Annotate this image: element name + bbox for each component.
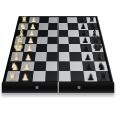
board-grid: ♜♟♟♜♞♟♟♞♝♟♟♝♛♟♟♛♚♟♟♚♝♟♟♝♞♟♟♞♜♟♟♜ [6, 17, 111, 81]
square-h4 [45, 71, 58, 82]
square-d5 [58, 37, 69, 44]
board-fold-seam [57, 17, 59, 81]
piece-white-knight: ♞ [10, 62, 19, 72]
square-e4 [47, 44, 58, 52]
square-e7: ♟ [80, 44, 92, 52]
square-h6 [70, 71, 84, 82]
square-g3 [33, 61, 46, 71]
piece-white-pawn: ♟ [23, 63, 31, 72]
piece-black-pawn: ♟ [84, 54, 91, 62]
square-g8: ♞ [94, 61, 108, 71]
square-g4 [46, 61, 58, 71]
piece-black-pawn: ♟ [86, 63, 94, 72]
piece-black-pawn: ♟ [87, 73, 95, 82]
piece-black-pawn: ♟ [83, 45, 90, 53]
square-c5 [58, 30, 68, 37]
piece-white-pawn: ♟ [21, 73, 29, 82]
square-h3 [32, 71, 46, 82]
case-front-edge [2, 82, 115, 95]
square-e6 [69, 44, 81, 52]
piece-white-rook: ♜ [7, 72, 16, 82]
square-e3 [35, 44, 47, 52]
case-clasp-right [78, 86, 81, 89]
case-clasp-left [35, 86, 38, 89]
case-split-line [57, 82, 59, 95]
square-g5 [58, 61, 70, 71]
piece-black-rook: ♜ [100, 72, 109, 82]
square-e5 [58, 44, 69, 52]
square-h5 [58, 71, 71, 82]
board-frame: ♜♟♟♜♞♟♟♞♝♟♟♝♛♟♟♛♚♟♟♚♝♟♟♝♞♟♟♞♜♟♟♜ [2, 16, 114, 84]
piece-white-pawn: ♟ [24, 54, 31, 62]
square-f4 [46, 52, 58, 61]
chess-set-product-photo: ♜♟♟♜♞♟♟♞♝♟♟♝♛♟♟♛♚♟♟♚♝♟♟♝♞♟♟♞♜♟♟♜ [0, 0, 116, 116]
square-h8: ♜ [95, 71, 110, 82]
photo-scene: ♜♟♟♜♞♟♟♞♝♟♟♝♛♟♟♛♚♟♟♚♝♟♟♝♞♟♟♞♜♟♟♜ [0, 0, 116, 116]
piece-white-pawn: ♟ [26, 45, 33, 53]
piece-black-knight: ♞ [97, 62, 106, 72]
chess-board: ♜♟♟♜♞♟♟♞♝♟♟♝♛♟♟♛♚♟♟♚♝♟♟♝♞♟♟♞♜♟♟♜ [2, 16, 114, 84]
square-f3 [34, 52, 46, 61]
square-c3 [37, 30, 48, 37]
square-d3 [36, 37, 47, 44]
square-f5 [58, 52, 70, 61]
